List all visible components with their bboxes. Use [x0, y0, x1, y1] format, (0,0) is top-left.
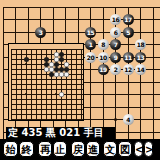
button-text[interactable]: 文	[103, 141, 117, 157]
stone-move-9	[54, 67, 59, 72]
stone-move-6: 6	[110, 27, 121, 38]
stone-move-1	[44, 62, 49, 67]
stone-move-19	[49, 72, 54, 77]
stone-move-9: 9	[110, 52, 121, 63]
grid-line	[11, 104, 84, 105]
stone-move-13	[64, 67, 69, 72]
button-start[interactable]: 始	[3, 141, 18, 157]
button-stop[interactable]: 止	[53, 141, 67, 157]
grid-line	[11, 119, 84, 120]
stone-move-19: 19	[98, 64, 109, 75]
stone-move-6	[54, 57, 59, 62]
stone-move-8: 8	[98, 39, 109, 50]
toolbar: 始終再止戻進文図<>	[0, 139, 160, 160]
stone-move-17	[59, 52, 64, 57]
grid-line	[11, 84, 84, 85]
stone-move-8	[49, 62, 54, 67]
stone-move-18	[64, 62, 69, 67]
grid-line	[11, 94, 84, 95]
stone-move-14	[64, 72, 69, 77]
button-diagram[interactable]: 図	[118, 141, 132, 157]
grid-line	[11, 114, 84, 115]
stone-move-20: 20	[85, 52, 96, 63]
hoshi-point	[114, 118, 117, 121]
button-next[interactable]: >	[144, 141, 153, 157]
stone-move-2: 2	[110, 64, 121, 75]
stone-move-4	[59, 92, 64, 97]
stone-move-10	[49, 67, 54, 72]
stone-move-2	[54, 72, 59, 77]
stone-move-16: 16	[110, 14, 121, 25]
stone-move-1: 1	[85, 39, 96, 50]
status-text: 定 435 黒 021 手目	[8, 127, 104, 138]
stone-move-13: 13	[135, 52, 146, 63]
grid-line	[11, 89, 84, 90]
stone-move-17: 17	[123, 14, 134, 25]
overview-board	[8, 43, 84, 121]
grid-line	[11, 79, 84, 80]
stone-move-15	[44, 57, 49, 62]
app-screen: 1234567891011121314151617181920 定 435 黒 …	[0, 0, 160, 160]
stone-move-15: 15	[85, 27, 96, 38]
stone-move-7	[54, 62, 59, 67]
stone-move-16	[54, 52, 59, 57]
grid-line	[11, 99, 84, 100]
stone-move-11: 11	[123, 52, 134, 63]
stone-move-12	[59, 72, 64, 77]
grid-line	[11, 74, 84, 75]
stone-move-7: 7	[110, 39, 121, 50]
stone-move-10: 10	[98, 52, 109, 63]
button-replay[interactable]: 再	[38, 141, 52, 157]
button-back[interactable]: 戻	[71, 141, 85, 157]
grid-line	[3, 19, 161, 20]
stone-move-14: 14	[135, 64, 146, 75]
grid-line	[81, 49, 82, 121]
stone-move-18: 18	[135, 39, 146, 50]
grid-line	[76, 49, 77, 121]
status-bar: 定 435 黒 021 手目	[6, 127, 115, 139]
grid-line	[11, 109, 84, 110]
stone-move-20	[44, 67, 49, 72]
stone-move-5: 5	[123, 27, 134, 38]
grid-line	[3, 7, 161, 8]
grid-line	[3, 32, 161, 33]
stone-move-12: 12	[123, 64, 134, 75]
stone-move-5	[59, 57, 64, 62]
button-prev[interactable]: <	[134, 141, 143, 157]
stone-move-3	[24, 57, 29, 62]
button-forward[interactable]: 進	[86, 141, 100, 157]
stone-move-3: 3	[35, 27, 46, 38]
grid-line	[153, 7, 154, 140]
hoshi-point	[25, 93, 27, 95]
stone-move-11	[59, 67, 64, 72]
stone-move-4: 4	[123, 114, 134, 125]
hoshi-point	[55, 93, 57, 95]
button-end[interactable]: 終	[19, 141, 34, 157]
hoshi-point	[25, 63, 27, 65]
